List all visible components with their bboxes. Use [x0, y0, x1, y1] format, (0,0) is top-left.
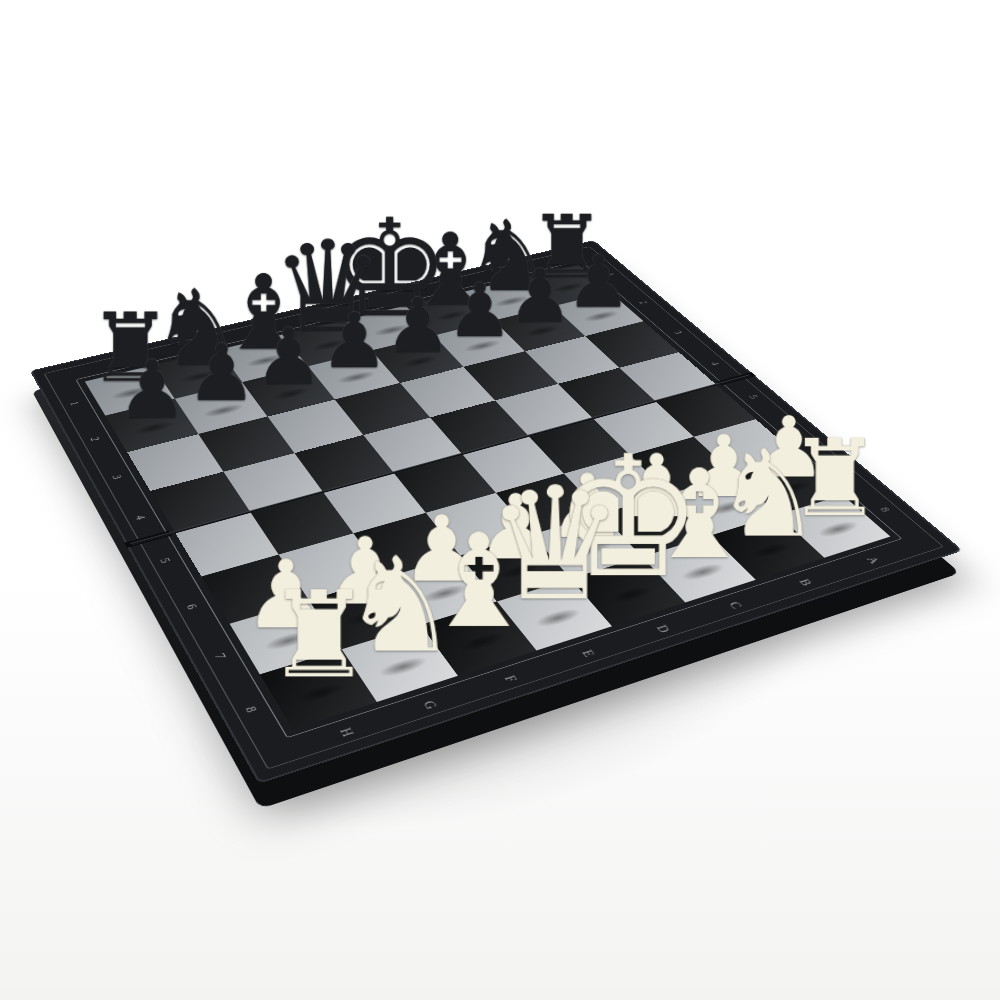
square-h2[interactable]: ♟ [105, 399, 198, 452]
rank-label-right-3: 3 [670, 329, 686, 335]
product-photo: ♜♞♝♛♚♝♞♜♟♟♟♟♟♟♟♟♟♟♟♟♟♟♟♟♜♞♝♛♚♝♞♜ HGFEDCB… [0, 0, 1000, 1000]
white-rook-h8[interactable]: ♜ [222, 576, 413, 695]
rank-label-right-4: 4 [707, 360, 723, 366]
file-label-e: E [577, 648, 598, 659]
file-label-b: B [795, 578, 816, 588]
rank-label-left-2: 2 [86, 435, 103, 442]
file-label-a: A [862, 555, 883, 566]
file-label-c: C [725, 600, 746, 611]
black-pawn-h2[interactable]: ♟ [73, 350, 229, 430]
rank-label-left-4: 4 [131, 513, 149, 521]
rank-label-left-3: 3 [108, 473, 126, 481]
square-h8[interactable]: ♜ [260, 649, 377, 729]
rank-label-left-8: 8 [240, 704, 261, 715]
file-label-d: D [652, 623, 674, 635]
file-label-h: H [335, 726, 358, 739]
rank-label-left-5: 5 [156, 556, 175, 565]
file-label-g: G [418, 699, 441, 712]
file-label-f: F [499, 674, 520, 685]
